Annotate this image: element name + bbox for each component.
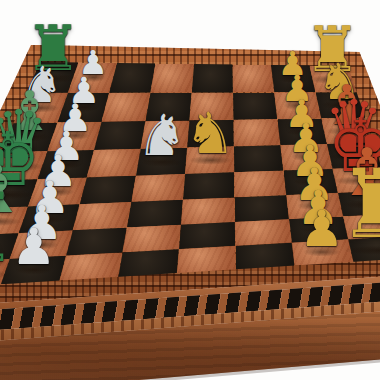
square-d3 xyxy=(87,149,140,177)
square-f5 xyxy=(181,198,235,225)
chess-set-photo: ♜♞♝♛♚♝♜♟♟♟♟♟♟♟♟♞♞♟♟♟♟♟♟♟♟♜♞♝♛♚♝♜ xyxy=(0,0,380,380)
square-b6 xyxy=(233,93,277,120)
square-e4 xyxy=(132,174,185,202)
square-g3 xyxy=(66,228,126,256)
square-g5 xyxy=(179,222,235,249)
square-c6 xyxy=(234,119,281,146)
black-knight-glyph: ♞ xyxy=(185,105,236,162)
square-a5 xyxy=(192,64,233,92)
white-rook-glyph: ♜ xyxy=(0,181,19,276)
square-f6 xyxy=(235,195,289,222)
square-e3 xyxy=(80,176,136,204)
square-g4 xyxy=(123,225,181,252)
square-h4 xyxy=(118,249,178,276)
square-h6 xyxy=(236,243,295,269)
square-f3 xyxy=(73,202,131,230)
square-a3 xyxy=(109,63,155,93)
black-pawn-glyph: ♟ xyxy=(300,204,345,254)
square-d6 xyxy=(234,145,283,172)
piece-white-rook-h1: ♜ xyxy=(0,181,19,276)
square-e5 xyxy=(183,172,234,199)
piece-black-pawn-h7: ♟ xyxy=(300,204,345,254)
square-a6 xyxy=(233,65,274,93)
square-g6 xyxy=(235,219,291,246)
square-h3 xyxy=(60,253,123,281)
piece-white-knight-d4: ♞ xyxy=(137,106,188,163)
chess-board: ♜♞♝♛♚♝♜♟♟♟♟♟♟♟♟♞♞♟♟♟♟♟♟♟♟♜♞♝♛♚♝♜ xyxy=(0,0,380,380)
square-a4 xyxy=(151,64,194,93)
piece-black-knight-d5: ♞ xyxy=(185,105,236,162)
white-knight-glyph: ♞ xyxy=(137,106,188,163)
square-f4 xyxy=(127,200,183,228)
square-e6 xyxy=(234,171,286,198)
square-h5 xyxy=(177,246,235,273)
